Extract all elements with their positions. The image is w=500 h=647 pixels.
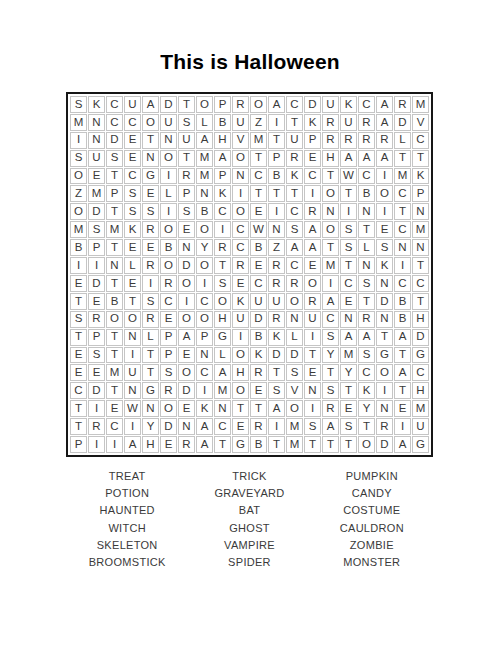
grid-cell: E: [250, 203, 267, 220]
grid-cell: O: [286, 400, 303, 417]
grid-cell: M: [214, 382, 231, 399]
grid-cell: R: [304, 203, 321, 220]
grid-cell: T: [412, 293, 429, 310]
grid-cell: O: [214, 293, 231, 310]
grid-cell: N: [286, 311, 303, 328]
grid-cell: H: [142, 436, 159, 453]
grid-cell: N: [88, 114, 105, 131]
grid-cell: A: [286, 239, 303, 256]
word-item-costume: COSTUME: [343, 502, 400, 519]
word-item-bat: BAT: [239, 502, 260, 519]
word-item-potion: POTION: [105, 485, 149, 502]
grid-cell: M: [286, 418, 303, 435]
grid-cell: T: [106, 329, 123, 346]
grid-cell: T: [268, 132, 285, 149]
grid-cell: Y: [196, 239, 213, 256]
grid-cell: G: [232, 436, 249, 453]
grid-cell: Z: [70, 185, 87, 202]
word-item-ghost: GHOST: [229, 520, 270, 537]
grid-cell: S: [358, 347, 375, 364]
grid-cell: T: [412, 150, 429, 167]
grid-cell: T: [106, 168, 123, 185]
grid-cell: K: [412, 168, 429, 185]
grid-cell: B: [106, 293, 123, 310]
grid-cell: S: [340, 239, 357, 256]
grid-cell: E: [178, 347, 195, 364]
grid-cell: D: [268, 347, 285, 364]
grid-cell: N: [142, 150, 159, 167]
grid-cell: R: [304, 293, 321, 310]
grid-cell: I: [88, 257, 105, 274]
grid-cell: S: [124, 185, 141, 202]
grid-cell: R: [376, 132, 393, 149]
grid-cell: G: [412, 436, 429, 453]
grid-cell: C: [106, 418, 123, 435]
grid-cell: P: [268, 150, 285, 167]
grid-cell: L: [160, 185, 177, 202]
grid-cell: C: [106, 96, 123, 113]
grid-cell: S: [70, 311, 87, 328]
grid-cell: S: [304, 418, 321, 435]
grid-cell: P: [304, 132, 321, 149]
grid-cell: R: [142, 221, 159, 238]
grid-cell: P: [106, 185, 123, 202]
grid-cell: C: [394, 221, 411, 238]
grid-cell: O: [178, 275, 195, 292]
grid-cell: N: [340, 311, 357, 328]
grid-cell: I: [214, 221, 231, 238]
grid-cell: O: [232, 203, 249, 220]
grid-cell: R: [268, 275, 285, 292]
grid-cell: S: [70, 96, 87, 113]
grid-cell: R: [88, 311, 105, 328]
grid-cell: A: [214, 150, 231, 167]
grid-cell: C: [196, 364, 213, 381]
worksheet-page: This is Halloween SKCUADTOPROACDUKCARMMN…: [0, 0, 500, 647]
grid-cell: E: [142, 185, 159, 202]
grid-cell: T: [304, 347, 321, 364]
grid-cell: L: [214, 347, 231, 364]
grid-cell: E: [88, 168, 105, 185]
word-item-vampire: VAMPIRE: [224, 537, 275, 554]
grid-cell: A: [268, 96, 285, 113]
grid-cell: E: [160, 436, 177, 453]
grid-cell: P: [70, 436, 87, 453]
grid-cell: C: [232, 239, 249, 256]
grid-cell: K: [88, 96, 105, 113]
word-item-zombie: ZOMBIE: [350, 537, 394, 554]
grid-cell: A: [322, 418, 339, 435]
grid-cell: A: [358, 150, 375, 167]
grid-cell: T: [142, 364, 159, 381]
grid-cell: I: [394, 257, 411, 274]
grid-cell: V: [412, 114, 429, 131]
grid-cell: I: [232, 329, 249, 346]
grid-cell: S: [268, 382, 285, 399]
grid-cell: I: [124, 347, 141, 364]
grid-cell: A: [124, 436, 141, 453]
grid-cell: D: [106, 132, 123, 149]
grid-cell: M: [196, 150, 213, 167]
grid-cell: C: [250, 168, 267, 185]
grid-cell: I: [88, 400, 105, 417]
grid-cell: E: [124, 239, 141, 256]
grid-cell: L: [286, 329, 303, 346]
grid-cell: W: [340, 168, 357, 185]
grid-cell: R: [178, 168, 195, 185]
grid-cell: I: [196, 275, 213, 292]
grid-cell: H: [322, 150, 339, 167]
grid-cell: N: [214, 400, 231, 417]
grid-cell: T: [106, 203, 123, 220]
grid-cell: M: [106, 221, 123, 238]
grid-cell: R: [142, 257, 159, 274]
grid-cell: D: [250, 311, 267, 328]
grid-cell: A: [322, 293, 339, 310]
grid-cell: E: [250, 382, 267, 399]
grid-cell: T: [340, 185, 357, 202]
grid-cell: M: [340, 347, 357, 364]
grid-cell: T: [124, 293, 141, 310]
grid-cell: R: [250, 418, 267, 435]
word-item-treat: TREAT: [109, 468, 146, 485]
grid-cell: B: [250, 329, 267, 346]
grid-cell: R: [340, 132, 357, 149]
grid-cell: U: [124, 96, 141, 113]
grid-cell: O: [286, 293, 303, 310]
grid-cell: C: [250, 275, 267, 292]
grid-cell: T: [250, 150, 267, 167]
grid-cell: C: [322, 311, 339, 328]
word-item-monster: MONSTER: [343, 554, 400, 571]
grid-cell: R: [286, 275, 303, 292]
grid-cell: U: [232, 114, 249, 131]
grid-cell: U: [160, 114, 177, 131]
grid-cell: I: [160, 168, 177, 185]
grid-cell: C: [232, 221, 249, 238]
grid-cell: K: [196, 400, 213, 417]
grid-cell: O: [70, 203, 87, 220]
grid-cell: H: [214, 132, 231, 149]
grid-cell: T: [340, 436, 357, 453]
grid-cell: R: [232, 257, 249, 274]
grid-cell: H: [214, 311, 231, 328]
grid-cell: E: [88, 364, 105, 381]
grid-cell: D: [286, 347, 303, 364]
grid-cell: G: [214, 329, 231, 346]
grid-cell: S: [358, 275, 375, 292]
grid-cell: T: [106, 382, 123, 399]
grid-cell: Y: [142, 418, 159, 435]
grid-cell: S: [322, 329, 339, 346]
grid-cell: H: [232, 364, 249, 381]
grid-cell: V: [286, 382, 303, 399]
grid-cell: S: [160, 364, 177, 381]
grid-cell: S: [88, 221, 105, 238]
grid-cell: B: [250, 239, 267, 256]
grid-cell: P: [88, 239, 105, 256]
grid-cell: N: [196, 347, 213, 364]
grid-cell: U: [124, 364, 141, 381]
grid-cell: I: [178, 293, 195, 310]
grid-cell: B: [70, 239, 87, 256]
grid-cell: R: [358, 114, 375, 131]
grid-cell: N: [124, 382, 141, 399]
grid-cell: T: [70, 293, 87, 310]
grid-cell: D: [394, 114, 411, 131]
grid-cell: O: [196, 311, 213, 328]
grid-cell: C: [214, 418, 231, 435]
grid-cell: S: [106, 150, 123, 167]
grid-cell: A: [376, 114, 393, 131]
grid-cell: P: [178, 185, 195, 202]
grid-cell: E: [124, 150, 141, 167]
grid-cell: R: [214, 239, 231, 256]
grid-cell: U: [268, 293, 285, 310]
grid-cell: T: [358, 293, 375, 310]
grid-cell: N: [376, 400, 393, 417]
grid-cell: K: [304, 114, 321, 131]
grid-cell: T: [340, 382, 357, 399]
grid-cell: Z: [268, 239, 285, 256]
grid-cell: M: [286, 436, 303, 453]
grid-cell: M: [250, 132, 267, 149]
grid-cell: O: [196, 221, 213, 238]
grid-cell: R: [232, 96, 249, 113]
grid-cell: R: [376, 418, 393, 435]
grid-cell: E: [106, 400, 123, 417]
word-list: TREAT POTION HAUNTED WITCH SKELETON BROO…: [66, 468, 433, 571]
grid-cell: I: [394, 418, 411, 435]
word-item-trick: TRICK: [232, 468, 267, 485]
grid-cell: T: [178, 150, 195, 167]
grid-cell: U: [412, 418, 429, 435]
grid-cell: O: [196, 96, 213, 113]
grid-cell: R: [286, 150, 303, 167]
grid-cell: T: [412, 257, 429, 274]
grid-cell: C: [412, 132, 429, 149]
grid-cell: H: [412, 382, 429, 399]
grid-cell: K: [124, 221, 141, 238]
grid-cell: P: [160, 347, 177, 364]
grid-cell: T: [304, 436, 321, 453]
grid-cell: R: [160, 382, 177, 399]
grid-cell: I: [304, 400, 321, 417]
grid-cell: I: [268, 114, 285, 131]
grid-cell: L: [358, 239, 375, 256]
grid-cell: A: [142, 96, 159, 113]
grid-cell: P: [196, 329, 213, 346]
grid-cell: O: [232, 347, 249, 364]
grid-cell: I: [160, 203, 177, 220]
grid-cell: C: [286, 203, 303, 220]
grid-cell: T: [106, 347, 123, 364]
grid-cell: C: [412, 364, 429, 381]
grid-cell: U: [178, 132, 195, 149]
grid-cell: S: [376, 239, 393, 256]
grid-cell: T: [322, 239, 339, 256]
word-item-broomstick: BROOMSTICK: [89, 554, 166, 571]
grid-cell: G: [142, 382, 159, 399]
grid-cell: T: [358, 418, 375, 435]
grid-cell: U: [286, 132, 303, 149]
grid-cell: S: [322, 382, 339, 399]
grid-cell: T: [286, 114, 303, 131]
grid-cell: K: [340, 96, 357, 113]
grid-cell: K: [268, 329, 285, 346]
grid-cell: N: [142, 400, 159, 417]
grid-cell: P: [214, 96, 231, 113]
grid-cell: T: [358, 221, 375, 238]
grid-cell: S: [178, 114, 195, 131]
grid-cell: T: [142, 132, 159, 149]
grid-cell: D: [88, 275, 105, 292]
grid-cell: N: [124, 329, 141, 346]
grid-cell: N: [304, 382, 321, 399]
grid-cell: M: [196, 168, 213, 185]
grid-cell: A: [196, 132, 213, 149]
grid-cell: O: [160, 257, 177, 274]
grid-cell: T: [70, 400, 87, 417]
grid-cell: U: [304, 311, 321, 328]
grid-cell: N: [268, 221, 285, 238]
grid-cell: N: [232, 168, 249, 185]
grid-cell: M: [88, 185, 105, 202]
grid-cell: E: [304, 364, 321, 381]
grid-cell: P: [214, 168, 231, 185]
grid-cell: M: [322, 257, 339, 274]
grid-cell: N: [358, 257, 375, 274]
grid-cell: I: [70, 132, 87, 149]
grid-cell: R: [358, 311, 375, 328]
grid-cell: D: [160, 418, 177, 435]
grid-cell: S: [70, 150, 87, 167]
grid-cell: R: [358, 132, 375, 149]
grid-cell: A: [376, 150, 393, 167]
grid-cell: O: [124, 311, 141, 328]
grid-cell: O: [178, 364, 195, 381]
grid-cell: I: [340, 203, 357, 220]
grid-cell: I: [124, 418, 141, 435]
grid-cell: C: [124, 168, 141, 185]
grid-cell: D: [160, 96, 177, 113]
grid-cell: U: [322, 96, 339, 113]
grid-cell: K: [358, 382, 375, 399]
grid-cell: U: [250, 293, 267, 310]
grid-cell: N: [412, 239, 429, 256]
grid-cell: C: [358, 168, 375, 185]
grid-cell: S: [340, 418, 357, 435]
grid-cell: O: [322, 185, 339, 202]
grid-cell: E: [124, 275, 141, 292]
grid-cell: R: [142, 311, 159, 328]
grid-cell: T: [250, 400, 267, 417]
grid-cell: O: [160, 221, 177, 238]
grid-cell: A: [214, 364, 231, 381]
grid-cell: B: [160, 239, 177, 256]
grid-cell: I: [142, 275, 159, 292]
grid-cell: A: [340, 150, 357, 167]
grid-cell: R: [160, 275, 177, 292]
grid-cell: N: [196, 185, 213, 202]
grid-cell: E: [70, 275, 87, 292]
grid-cell: C: [304, 168, 321, 185]
grid-cell: T: [250, 185, 267, 202]
grid-cell: B: [358, 185, 375, 202]
grid-cell: E: [394, 400, 411, 417]
grid-cell: E: [250, 257, 267, 274]
word-item-pumpkin: PUMPKIN: [346, 468, 398, 485]
grid-cell: E: [232, 418, 249, 435]
grid-cell: A: [304, 239, 321, 256]
grid-cell: P: [88, 329, 105, 346]
grid-cell: T: [268, 364, 285, 381]
grid-cell: R: [322, 400, 339, 417]
grid-cell: B: [250, 436, 267, 453]
grid-cell: V: [232, 132, 249, 149]
grid-cell: E: [376, 221, 393, 238]
grid-cell: A: [196, 418, 213, 435]
grid-cell: N: [178, 418, 195, 435]
grid-cell: N: [376, 311, 393, 328]
grid-cell: T: [70, 329, 87, 346]
grid-cell: R: [322, 132, 339, 149]
grid-cell: T: [232, 400, 249, 417]
grid-cell: S: [88, 347, 105, 364]
grid-cell: N: [106, 257, 123, 274]
grid-cell: N: [358, 203, 375, 220]
grid-cell: T: [214, 257, 231, 274]
grid-cell: E: [178, 221, 195, 238]
grid-cell: A: [394, 329, 411, 346]
puzzle-title: This is Halloween: [0, 50, 500, 74]
grid-cell: A: [268, 400, 285, 417]
grid-cell: R: [268, 257, 285, 274]
grid-cell: Y: [358, 400, 375, 417]
grid-cell: W: [124, 400, 141, 417]
grid-cell: D: [304, 96, 321, 113]
grid-cell: T: [214, 436, 231, 453]
grid-cell: O: [358, 436, 375, 453]
grid-cell: E: [340, 400, 357, 417]
grid-cell: T: [394, 203, 411, 220]
grid-cell: C: [412, 275, 429, 292]
grid-cell: D: [376, 436, 393, 453]
grid-cell: A: [394, 436, 411, 453]
grid-cell: O: [160, 150, 177, 167]
grid-cell: M: [70, 221, 87, 238]
word-item-graveyard: GRAVEYARD: [214, 485, 284, 502]
grid-cell: R: [250, 364, 267, 381]
word-item-witch: WITCH: [108, 520, 146, 537]
grid-cell: T: [286, 185, 303, 202]
grid-cell: I: [268, 418, 285, 435]
grid-cell: S: [142, 293, 159, 310]
grid-cell: D: [412, 329, 429, 346]
grid-cell: I: [106, 436, 123, 453]
grid-cell: I: [322, 275, 339, 292]
grid-cell: O: [142, 114, 159, 131]
grid-cell: C: [394, 275, 411, 292]
grid-cell: T: [340, 257, 357, 274]
grid-cell: O: [196, 257, 213, 274]
grid-cell: L: [142, 329, 159, 346]
grid-cell: T: [322, 168, 339, 185]
grid-cell: N: [412, 203, 429, 220]
word-list-column-1: TREAT POTION HAUNTED WITCH SKELETON BROO…: [66, 468, 188, 571]
grid-cell: I: [376, 168, 393, 185]
grid-cell: O: [322, 221, 339, 238]
